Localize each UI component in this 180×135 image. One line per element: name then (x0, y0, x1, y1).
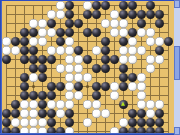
black-stone (146, 1, 155, 10)
black-stone (128, 73, 137, 82)
white-stone (83, 73, 92, 82)
black-stone (38, 64, 47, 73)
white-stone (65, 82, 74, 91)
white-stone (38, 118, 47, 127)
white-stone (155, 100, 164, 109)
black-stone (47, 55, 56, 64)
black-stone (137, 10, 146, 19)
white-stone (47, 10, 56, 19)
black-stone (38, 91, 47, 100)
vertical-scrollbar[interactable] (174, 0, 180, 135)
white-stone (74, 64, 83, 73)
white-stone (65, 73, 74, 82)
black-stone (65, 10, 74, 19)
white-stone (20, 109, 29, 118)
white-stone (38, 28, 47, 37)
black-stone (146, 10, 155, 19)
black-stone (110, 55, 119, 64)
black-stone (65, 118, 74, 127)
white-stone (2, 37, 11, 46)
white-stone (65, 55, 74, 64)
black-stone (128, 1, 137, 10)
black-stone (65, 109, 74, 118)
white-stone (119, 118, 128, 127)
hoshi-point (32, 85, 35, 88)
white-stone (92, 109, 101, 118)
white-stone (65, 91, 74, 100)
go-app-window (0, 0, 180, 135)
white-stone (119, 19, 128, 28)
white-stone (74, 73, 83, 82)
black-stone (155, 109, 164, 118)
black-stone (155, 19, 164, 28)
black-stone (38, 109, 47, 118)
black-stone (47, 82, 56, 91)
white-stone (146, 64, 155, 73)
black-stone (83, 10, 92, 19)
black-stone (56, 28, 65, 37)
white-stone (137, 91, 146, 100)
black-stone (119, 37, 128, 46)
black-stone (20, 28, 29, 37)
white-stone (146, 109, 155, 118)
white-stone (83, 118, 92, 127)
white-stone (47, 46, 56, 55)
black-stone (38, 55, 47, 64)
white-stone (110, 19, 119, 28)
white-stone (47, 28, 56, 37)
black-stone (29, 46, 38, 55)
black-stone (29, 64, 38, 73)
black-stone (101, 82, 110, 91)
grid-line-vertical (168, 5, 169, 135)
black-stone (47, 118, 56, 127)
black-stone (74, 19, 83, 28)
black-stone (128, 10, 137, 19)
white-stone (101, 109, 110, 118)
white-stone (119, 28, 128, 37)
white-stone (56, 1, 65, 10)
white-stone (11, 46, 20, 55)
black-stone (137, 109, 146, 118)
white-stone (137, 100, 146, 109)
black-stone (29, 91, 38, 100)
white-stone (38, 37, 47, 46)
white-stone (119, 46, 128, 55)
hoshi-point (86, 85, 89, 88)
black-stone (56, 37, 65, 46)
black-stone (11, 100, 20, 109)
black-stone (65, 28, 74, 37)
black-stone (128, 28, 137, 37)
black-stone (101, 1, 110, 10)
white-stone (74, 91, 83, 100)
black-stone (20, 82, 29, 91)
black-stone (92, 64, 101, 73)
white-stone (74, 55, 83, 64)
black-stone (74, 46, 83, 55)
black-stone (128, 118, 137, 127)
white-stone (128, 46, 137, 55)
black-stone (2, 109, 11, 118)
black-stone (128, 109, 137, 118)
white-stone (83, 100, 92, 109)
go-board[interactable] (0, 0, 180, 135)
black-stone (20, 37, 29, 46)
white-stone (83, 1, 92, 10)
white-stone (146, 37, 155, 46)
black-stone (38, 73, 47, 82)
white-stone (20, 118, 29, 127)
black-stone (92, 10, 101, 19)
grid-line-vertical (87, 5, 88, 135)
black-stone (119, 82, 128, 91)
black-stone (47, 109, 56, 118)
window-border-top (0, 0, 180, 1)
black-stone (101, 46, 110, 55)
black-stone (47, 91, 56, 100)
white-stone (110, 82, 119, 91)
white-stone (56, 64, 65, 73)
black-stone (137, 118, 146, 127)
black-stone (2, 55, 11, 64)
white-stone (56, 109, 65, 118)
black-stone (11, 109, 20, 118)
black-stone (20, 73, 29, 82)
white-stone (155, 55, 164, 64)
black-stone (164, 37, 173, 46)
white-stone (137, 46, 146, 55)
white-stone (92, 46, 101, 55)
white-stone (65, 37, 74, 46)
window-border-left (0, 0, 2, 135)
black-stone (65, 19, 74, 28)
black-stone (155, 46, 164, 55)
black-stone (146, 118, 155, 127)
white-stone (146, 28, 155, 37)
white-stone (20, 100, 29, 109)
black-stone (2, 118, 11, 127)
white-stone (29, 118, 38, 127)
white-stone (155, 37, 164, 46)
black-stone (83, 28, 92, 37)
black-stone (119, 100, 128, 109)
scroll-up-button[interactable] (174, 0, 180, 8)
black-stone (92, 82, 101, 91)
white-stone (56, 10, 65, 19)
white-stone (110, 91, 119, 100)
white-stone (92, 100, 101, 109)
black-stone (20, 55, 29, 64)
white-stone (110, 10, 119, 19)
white-stone (11, 118, 20, 127)
black-stone (56, 82, 65, 91)
white-stone (146, 55, 155, 64)
white-stone (29, 19, 38, 28)
white-stone (29, 73, 38, 82)
white-stone (38, 19, 47, 28)
window-border-bottom (0, 133, 180, 135)
white-stone (56, 100, 65, 109)
white-stone (110, 28, 119, 37)
black-stone (101, 37, 110, 46)
black-stone (119, 10, 128, 19)
white-stone (29, 37, 38, 46)
white-stone (128, 82, 137, 91)
black-stone (83, 55, 92, 64)
white-stone (65, 64, 74, 73)
scroll-down-button[interactable] (174, 127, 180, 135)
white-stone (119, 55, 128, 64)
black-stone (155, 10, 164, 19)
black-stone (38, 100, 47, 109)
white-stone (137, 82, 146, 91)
black-stone (29, 28, 38, 37)
white-stone (29, 100, 38, 109)
white-stone (137, 28, 146, 37)
white-stone (128, 55, 137, 64)
black-stone (119, 64, 128, 73)
white-stone (47, 100, 56, 109)
white-stone (29, 109, 38, 118)
black-stone (119, 73, 128, 82)
white-stone (128, 37, 137, 46)
black-stone (74, 82, 83, 91)
last-move-triangle-marker (121, 102, 125, 106)
white-stone (137, 73, 146, 82)
white-stone (146, 100, 155, 109)
black-stone (20, 46, 29, 55)
white-stone (56, 46, 65, 55)
black-stone (101, 64, 110, 73)
white-stone (65, 100, 74, 109)
black-stone (92, 1, 101, 10)
black-stone (20, 91, 29, 100)
black-stone (92, 91, 101, 100)
black-stone (155, 118, 164, 127)
white-stone (2, 46, 11, 55)
black-stone (137, 19, 146, 28)
white-stone (65, 46, 74, 55)
black-stone (11, 37, 20, 46)
scrollbar-thumb[interactable] (174, 46, 180, 80)
black-stone (92, 28, 101, 37)
black-stone (101, 55, 110, 64)
black-stone (65, 1, 74, 10)
black-stone (29, 55, 38, 64)
white-stone (101, 19, 110, 28)
black-stone (119, 1, 128, 10)
black-stone (47, 19, 56, 28)
